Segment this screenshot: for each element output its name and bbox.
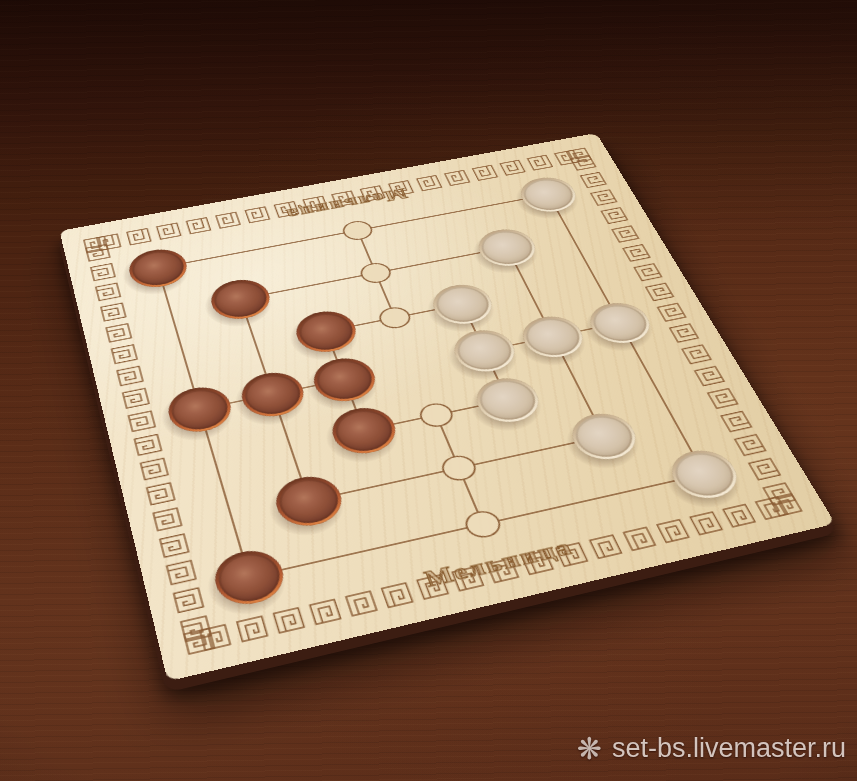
livemaster-logo-icon: ❋ [577,734,602,764]
watermark: ❋ set-bs.livemaster.ru [577,733,846,764]
product-photo: Мельница Мельница ❋ set-bs.livemaster.ru [0,0,857,781]
watermark-url-text[interactable]: set-bs.livemaster.ru [612,733,846,764]
